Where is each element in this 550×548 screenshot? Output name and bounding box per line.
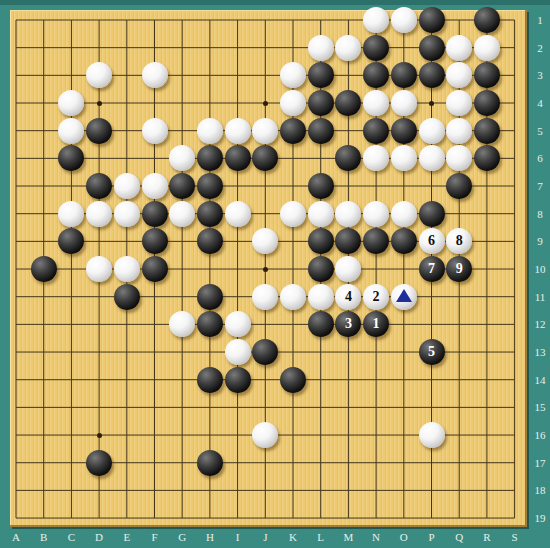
white-stone-R2[interactable] bbox=[474, 35, 500, 61]
black-stone-P3[interactable] bbox=[419, 62, 445, 88]
white-stone-I13[interactable] bbox=[225, 339, 251, 365]
black-stone-L12[interactable] bbox=[308, 311, 334, 337]
star-point-P4 bbox=[429, 101, 434, 106]
white-stone-O8[interactable] bbox=[391, 201, 417, 227]
column-label-R: R bbox=[477, 531, 497, 543]
black-stone-L7[interactable] bbox=[308, 173, 334, 199]
column-label-S: S bbox=[505, 531, 525, 543]
row-label-9: 9 bbox=[530, 235, 550, 247]
row-label-10: 10 bbox=[530, 263, 550, 275]
move-number-label: 3 bbox=[345, 317, 352, 331]
row-label-16: 16 bbox=[530, 429, 550, 441]
black-stone-P8[interactable] bbox=[419, 201, 445, 227]
black-stone-R1[interactable] bbox=[474, 7, 500, 33]
column-label-A: A bbox=[6, 531, 26, 543]
black-stone-O3[interactable] bbox=[391, 62, 417, 88]
white-stone-N1[interactable] bbox=[363, 7, 389, 33]
column-label-H: H bbox=[200, 531, 220, 543]
white-stone-E7[interactable] bbox=[114, 173, 140, 199]
row-label-19: 19 bbox=[530, 512, 550, 524]
row-label-15: 15 bbox=[530, 401, 550, 413]
star-point-D4 bbox=[97, 101, 102, 106]
row-label-14: 14 bbox=[530, 374, 550, 386]
white-stone-M11[interactable]: 4 bbox=[335, 284, 361, 310]
black-stone-N2[interactable] bbox=[363, 35, 389, 61]
move-number-label: 1 bbox=[373, 317, 380, 331]
white-stone-Q5[interactable] bbox=[446, 118, 472, 144]
white-stone-P16[interactable] bbox=[419, 422, 445, 448]
white-stone-O11[interactable] bbox=[391, 284, 417, 310]
white-stone-O6[interactable] bbox=[391, 145, 417, 171]
black-stone-D17[interactable] bbox=[86, 450, 112, 476]
black-stone-P13[interactable]: 5 bbox=[419, 339, 445, 365]
move-number-label: 8 bbox=[456, 234, 463, 248]
black-stone-L5[interactable] bbox=[308, 118, 334, 144]
white-stone-I8[interactable] bbox=[225, 201, 251, 227]
triangle-mark-icon bbox=[396, 289, 412, 302]
black-stone-H14[interactable] bbox=[197, 367, 223, 393]
white-stone-J11[interactable] bbox=[252, 284, 278, 310]
move-number-label: 5 bbox=[428, 345, 435, 359]
white-stone-P5[interactable] bbox=[419, 118, 445, 144]
black-stone-D5[interactable] bbox=[86, 118, 112, 144]
white-stone-N8[interactable] bbox=[363, 201, 389, 227]
black-stone-N5[interactable] bbox=[363, 118, 389, 144]
black-stone-P10[interactable]: 7 bbox=[419, 256, 445, 282]
white-stone-N4[interactable] bbox=[363, 90, 389, 116]
row-label-8: 8 bbox=[530, 208, 550, 220]
white-stone-F7[interactable] bbox=[142, 173, 168, 199]
column-label-I: I bbox=[228, 531, 248, 543]
white-stone-O4[interactable] bbox=[391, 90, 417, 116]
white-stone-G8[interactable] bbox=[169, 201, 195, 227]
column-label-B: B bbox=[34, 531, 54, 543]
column-label-Q: Q bbox=[449, 531, 469, 543]
column-label-E: E bbox=[117, 531, 137, 543]
black-stone-H11[interactable] bbox=[197, 284, 223, 310]
black-stone-B10[interactable] bbox=[31, 256, 57, 282]
black-stone-F10[interactable] bbox=[142, 256, 168, 282]
column-label-P: P bbox=[422, 531, 442, 543]
white-stone-Q4[interactable] bbox=[446, 90, 472, 116]
white-stone-L11[interactable] bbox=[308, 284, 334, 310]
row-label-3: 3 bbox=[530, 69, 550, 81]
white-stone-J5[interactable] bbox=[252, 118, 278, 144]
black-stone-F8[interactable] bbox=[142, 201, 168, 227]
white-stone-H5[interactable] bbox=[197, 118, 223, 144]
row-label-5: 5 bbox=[530, 125, 550, 137]
white-stone-C8[interactable] bbox=[58, 201, 84, 227]
white-stone-I12[interactable] bbox=[225, 311, 251, 337]
white-stone-C5[interactable] bbox=[58, 118, 84, 144]
row-label-7: 7 bbox=[530, 180, 550, 192]
black-stone-I6[interactable] bbox=[225, 145, 251, 171]
column-label-L: L bbox=[311, 531, 331, 543]
black-stone-E11[interactable] bbox=[114, 284, 140, 310]
star-point-J4 bbox=[263, 101, 268, 106]
frame-top-strip bbox=[0, 0, 550, 5]
star-point-J10 bbox=[263, 267, 268, 272]
white-stone-M8[interactable] bbox=[335, 201, 361, 227]
white-stone-D8[interactable] bbox=[86, 201, 112, 227]
black-stone-L3[interactable] bbox=[308, 62, 334, 88]
white-stone-M2[interactable] bbox=[335, 35, 361, 61]
black-stone-K14[interactable] bbox=[280, 367, 306, 393]
black-stone-D7[interactable] bbox=[86, 173, 112, 199]
black-stone-R5[interactable] bbox=[474, 118, 500, 144]
column-label-C: C bbox=[61, 531, 81, 543]
column-label-G: G bbox=[172, 531, 192, 543]
column-label-F: F bbox=[145, 531, 165, 543]
white-stone-F5[interactable] bbox=[142, 118, 168, 144]
white-stone-I5[interactable] bbox=[225, 118, 251, 144]
column-label-D: D bbox=[89, 531, 109, 543]
move-number-label: 6 bbox=[428, 234, 435, 248]
white-stone-Q2[interactable] bbox=[446, 35, 472, 61]
black-stone-L10[interactable] bbox=[308, 256, 334, 282]
black-stone-P1[interactable] bbox=[419, 7, 445, 33]
white-stone-K8[interactable] bbox=[280, 201, 306, 227]
row-label-13: 13 bbox=[530, 346, 550, 358]
white-stone-P9[interactable]: 6 bbox=[419, 228, 445, 254]
column-label-M: M bbox=[338, 531, 358, 543]
black-stone-I14[interactable] bbox=[225, 367, 251, 393]
black-stone-K5[interactable] bbox=[280, 118, 306, 144]
black-stone-H7[interactable] bbox=[197, 173, 223, 199]
black-stone-H8[interactable] bbox=[197, 201, 223, 227]
black-stone-H17[interactable] bbox=[197, 450, 223, 476]
column-label-N: N bbox=[366, 531, 386, 543]
white-stone-K11[interactable] bbox=[280, 284, 306, 310]
white-stone-D10[interactable] bbox=[86, 256, 112, 282]
row-label-12: 12 bbox=[530, 318, 550, 330]
move-number-label: 7 bbox=[428, 262, 435, 276]
white-stone-O1[interactable] bbox=[391, 7, 417, 33]
row-label-2: 2 bbox=[530, 42, 550, 54]
row-label-6: 6 bbox=[530, 152, 550, 164]
column-label-O: O bbox=[394, 531, 414, 543]
row-label-18: 18 bbox=[530, 484, 550, 496]
black-stone-R4[interactable] bbox=[474, 90, 500, 116]
black-stone-O5[interactable] bbox=[391, 118, 417, 144]
go-board[interactable]: 687942315 bbox=[10, 10, 527, 527]
black-stone-P2[interactable] bbox=[419, 35, 445, 61]
move-number-label: 4 bbox=[345, 290, 352, 304]
white-stone-F3[interactable] bbox=[142, 62, 168, 88]
white-stone-E10[interactable] bbox=[114, 256, 140, 282]
black-stone-F9[interactable] bbox=[142, 228, 168, 254]
black-stone-L9[interactable] bbox=[308, 228, 334, 254]
white-stone-L8[interactable] bbox=[308, 201, 334, 227]
row-label-1: 1 bbox=[530, 14, 550, 26]
white-stone-N11[interactable]: 2 bbox=[363, 284, 389, 310]
move-number-label: 2 bbox=[373, 290, 380, 304]
column-label-K: K bbox=[283, 531, 303, 543]
row-label-11: 11 bbox=[530, 291, 550, 303]
row-label-4: 4 bbox=[530, 97, 550, 109]
white-stone-E8[interactable] bbox=[114, 201, 140, 227]
row-label-17: 17 bbox=[530, 457, 550, 469]
white-stone-L2[interactable] bbox=[308, 35, 334, 61]
column-label-J: J bbox=[255, 531, 275, 543]
white-stone-K4[interactable] bbox=[280, 90, 306, 116]
star-point-D16 bbox=[97, 433, 102, 438]
white-stone-P6[interactable] bbox=[419, 145, 445, 171]
move-number-label: 9 bbox=[456, 262, 463, 276]
black-stone-L4[interactable] bbox=[308, 90, 334, 116]
black-stone-O9[interactable] bbox=[391, 228, 417, 254]
go-app-frame: 687942315 ABCDEFGHIJKLMNOPQRS 1234567891… bbox=[0, 0, 550, 548]
